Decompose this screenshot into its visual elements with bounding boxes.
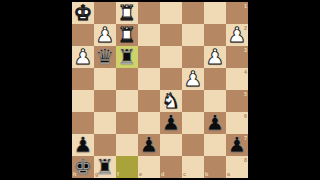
square-a1[interactable]: 1 <box>226 2 248 24</box>
square-c7[interactable] <box>182 134 204 156</box>
white-pawn[interactable]: ♟ <box>94 24 116 46</box>
square-a7[interactable]: ♟7 <box>226 134 248 156</box>
white-pawn[interactable]: ♟ <box>182 68 204 90</box>
rank-label-1: 1 <box>244 3 247 9</box>
app-background: ♚♜1♟♜♟2♟♛♜♟3♟4♞5♟♟6♟♟♟7♚h♜gfedcb8a <box>0 0 320 180</box>
white-rook[interactable]: ♜ <box>116 24 138 46</box>
black-queen[interactable]: ♛ <box>94 46 116 68</box>
black-rook[interactable]: ♜ <box>116 46 138 68</box>
square-g6[interactable] <box>94 112 116 134</box>
file-label-d: d <box>161 171 164 177</box>
black-king[interactable]: ♚ <box>72 156 94 178</box>
square-h2[interactable] <box>72 24 94 46</box>
square-a4[interactable]: 4 <box>226 68 248 90</box>
square-g3[interactable]: ♛ <box>94 46 116 68</box>
square-e4[interactable] <box>138 68 160 90</box>
file-label-a: a <box>227 171 230 177</box>
square-e8[interactable]: e <box>138 156 160 178</box>
white-king[interactable]: ♚ <box>72 2 94 24</box>
black-pawn[interactable]: ♟ <box>226 134 248 156</box>
square-b2[interactable] <box>204 24 226 46</box>
square-b7[interactable] <box>204 134 226 156</box>
rank-label-6: 6 <box>244 113 247 119</box>
square-g2[interactable]: ♟ <box>94 24 116 46</box>
white-pawn[interactable]: ♟ <box>204 46 226 68</box>
square-d1[interactable] <box>160 2 182 24</box>
square-d6[interactable]: ♟ <box>160 112 182 134</box>
square-h5[interactable] <box>72 90 94 112</box>
square-a5[interactable]: 5 <box>226 90 248 112</box>
square-f3[interactable]: ♜ <box>116 46 138 68</box>
white-pawn[interactable]: ♟ <box>226 24 248 46</box>
square-a8[interactable]: 8a <box>226 156 248 178</box>
black-pawn[interactable]: ♟ <box>72 134 94 156</box>
square-d3[interactable] <box>160 46 182 68</box>
rank-label-5: 5 <box>244 91 247 97</box>
square-b5[interactable] <box>204 90 226 112</box>
black-pawn[interactable]: ♟ <box>204 112 226 134</box>
square-c1[interactable] <box>182 2 204 24</box>
file-label-f: f <box>117 171 119 177</box>
square-f7[interactable] <box>116 134 138 156</box>
square-d4[interactable] <box>160 68 182 90</box>
square-g7[interactable] <box>94 134 116 156</box>
square-c2[interactable] <box>182 24 204 46</box>
square-b8[interactable]: b <box>204 156 226 178</box>
square-d8[interactable]: d <box>160 156 182 178</box>
square-b1[interactable] <box>204 2 226 24</box>
square-h4[interactable] <box>72 68 94 90</box>
square-f2[interactable]: ♜ <box>116 24 138 46</box>
white-knight[interactable]: ♞ <box>160 90 182 112</box>
rank-label-3: 3 <box>244 47 247 53</box>
rank-label-4: 4 <box>244 69 247 75</box>
square-g1[interactable] <box>94 2 116 24</box>
square-f1[interactable]: ♜ <box>116 2 138 24</box>
square-a6[interactable]: 6 <box>226 112 248 134</box>
rank-label-8: 8 <box>244 157 247 163</box>
white-pawn[interactable]: ♟ <box>72 46 94 68</box>
square-a3[interactable]: 3 <box>226 46 248 68</box>
square-f5[interactable] <box>116 90 138 112</box>
file-label-c: c <box>183 171 186 177</box>
square-e7[interactable]: ♟ <box>138 134 160 156</box>
chess-board: ♚♜1♟♜♟2♟♛♜♟3♟4♞5♟♟6♟♟♟7♚h♜gfedcb8a <box>72 2 248 178</box>
square-c6[interactable] <box>182 112 204 134</box>
square-f4[interactable] <box>116 68 138 90</box>
square-b6[interactable]: ♟ <box>204 112 226 134</box>
black-rook[interactable]: ♜ <box>94 156 116 178</box>
square-e1[interactable] <box>138 2 160 24</box>
square-f6[interactable] <box>116 112 138 134</box>
square-h6[interactable] <box>72 112 94 134</box>
square-h7[interactable]: ♟ <box>72 134 94 156</box>
file-label-e: e <box>139 171 142 177</box>
square-e5[interactable] <box>138 90 160 112</box>
square-h1[interactable]: ♚ <box>72 2 94 24</box>
square-c8[interactable]: c <box>182 156 204 178</box>
square-f8[interactable]: f <box>116 156 138 178</box>
square-d5[interactable]: ♞ <box>160 90 182 112</box>
square-g5[interactable] <box>94 90 116 112</box>
black-pawn[interactable]: ♟ <box>160 112 182 134</box>
square-h8[interactable]: ♚h <box>72 156 94 178</box>
square-c3[interactable] <box>182 46 204 68</box>
square-b3[interactable]: ♟ <box>204 46 226 68</box>
square-c4[interactable]: ♟ <box>182 68 204 90</box>
square-h3[interactable]: ♟ <box>72 46 94 68</box>
white-rook[interactable]: ♜ <box>116 2 138 24</box>
file-label-b: b <box>205 171 208 177</box>
black-pawn[interactable]: ♟ <box>138 134 160 156</box>
square-e6[interactable] <box>138 112 160 134</box>
square-g4[interactable] <box>94 68 116 90</box>
square-b4[interactable] <box>204 68 226 90</box>
square-c5[interactable] <box>182 90 204 112</box>
square-a2[interactable]: ♟2 <box>226 24 248 46</box>
square-e2[interactable] <box>138 24 160 46</box>
square-e3[interactable] <box>138 46 160 68</box>
square-d2[interactable] <box>160 24 182 46</box>
square-d7[interactable] <box>160 134 182 156</box>
square-g8[interactable]: ♜g <box>94 156 116 178</box>
